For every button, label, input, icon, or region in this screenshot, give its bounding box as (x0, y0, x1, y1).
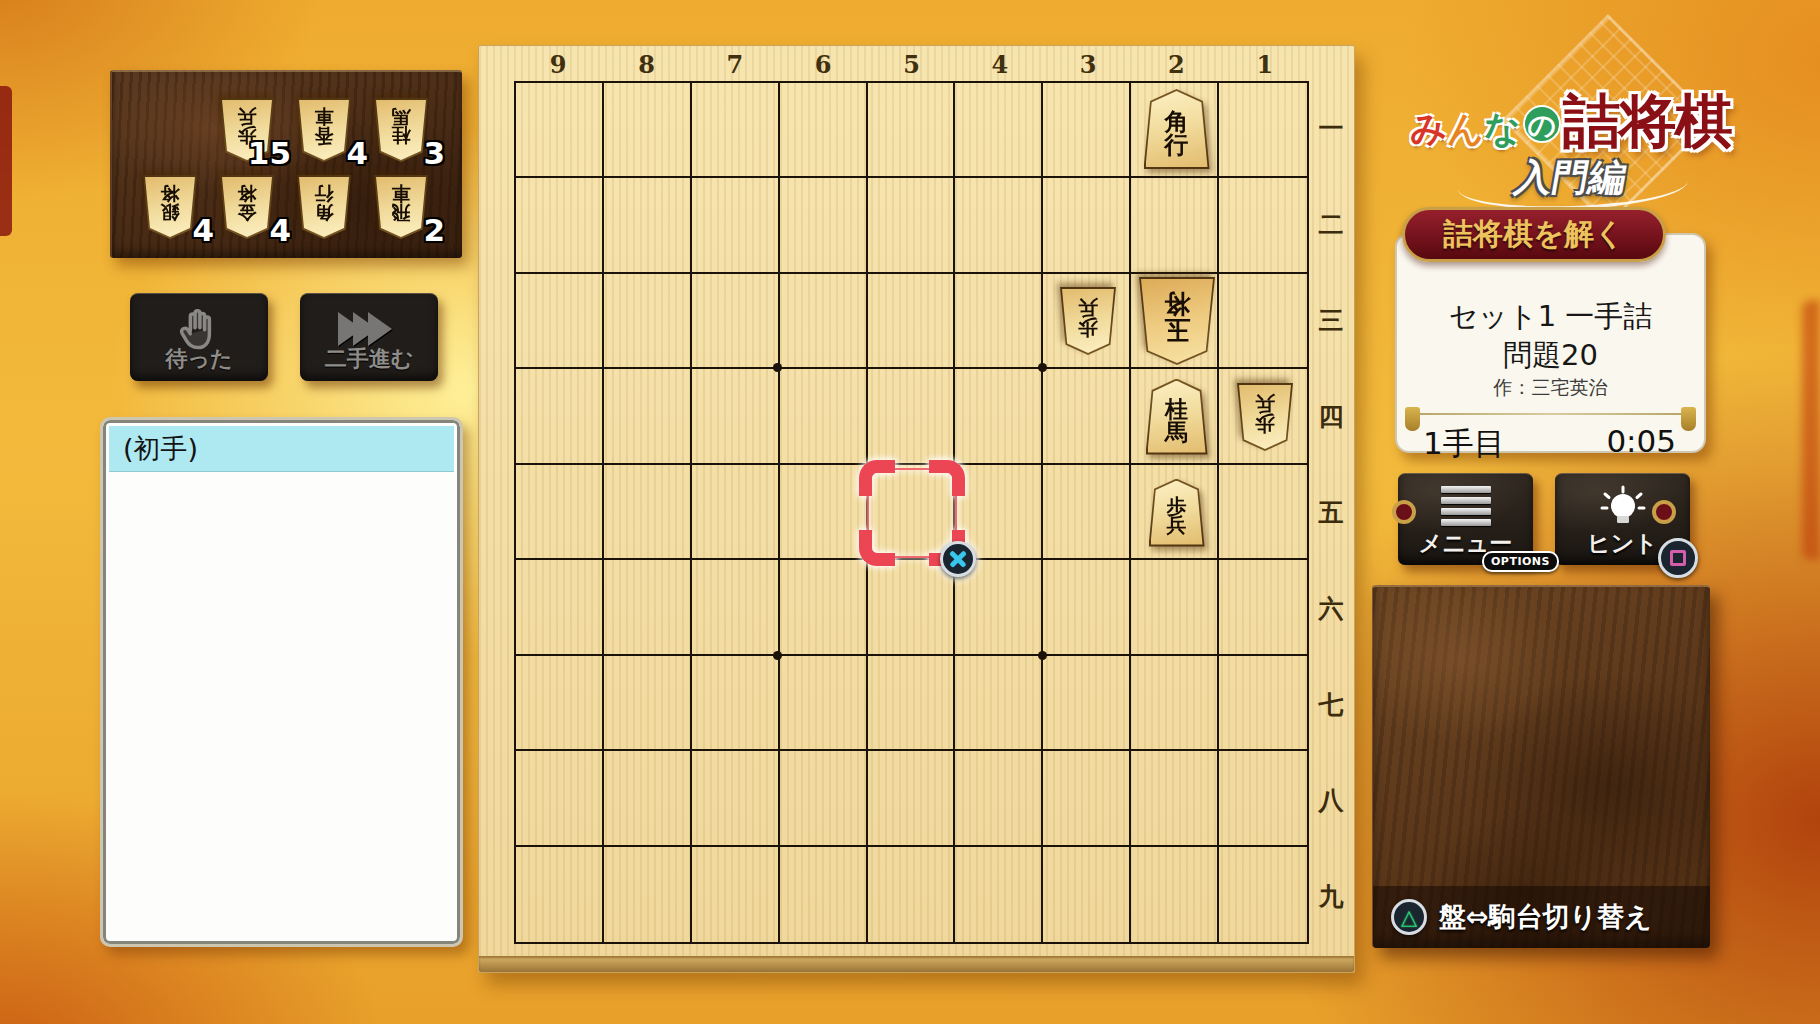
sente-hand-tray: △ 盤⇔駒台切り替え (1372, 585, 1710, 948)
rank-label: 五 (1309, 465, 1353, 561)
board-cell[interactable] (1043, 274, 1131, 369)
hoshi-dot (1038, 651, 1047, 660)
board-cell[interactable] (868, 178, 956, 273)
board-cell[interactable] (516, 656, 604, 751)
board-cell[interactable] (692, 465, 780, 560)
board-cell[interactable] (692, 369, 780, 464)
rank-label: 三 (1309, 273, 1353, 369)
board-cell[interactable] (868, 847, 956, 942)
move-list-item[interactable]: (初手) (109, 426, 454, 472)
board-cell[interactable] (1219, 178, 1307, 273)
move-list-panel: (初手) (100, 417, 463, 947)
solve-banner: 詰将棋を解く (1402, 207, 1666, 262)
board-cell[interactable] (780, 178, 868, 273)
board-cell[interactable] (868, 369, 956, 464)
gote-hand-tray: 歩兵15香車4桂馬3銀将4金将4角行飛車2 (110, 70, 462, 258)
divider (1413, 413, 1688, 415)
board-cell[interactable] (516, 751, 604, 846)
hoshi-dot (773, 651, 782, 660)
rank-label: 八 (1309, 752, 1353, 848)
board-cell[interactable] (516, 560, 604, 655)
rank-label: 四 (1309, 369, 1353, 465)
timer: 0:05 (1606, 423, 1676, 459)
file-label: 2 (1132, 48, 1220, 81)
board-cell[interactable] (1131, 560, 1219, 655)
background-accent (0, 86, 12, 236)
author-label: 作：三宅英治 (1397, 375, 1704, 401)
board-cell[interactable] (955, 847, 1043, 942)
board-cell[interactable] (780, 369, 868, 464)
ps-cross-button-icon (940, 541, 976, 577)
fast-forward-icon (300, 312, 438, 346)
file-label: 1 (1221, 48, 1309, 81)
board-cell[interactable] (1131, 274, 1219, 369)
board-cell[interactable] (1219, 369, 1307, 464)
board-cell[interactable] (780, 83, 868, 178)
board-cell[interactable] (868, 656, 956, 751)
board-cell[interactable] (516, 83, 604, 178)
hand-piece-count: 15 (248, 135, 291, 171)
banner-knob (1392, 500, 1416, 524)
board-cell[interactable] (516, 847, 604, 942)
koma-歩兵[interactable]: 歩兵15 (220, 98, 274, 162)
board-cell[interactable] (1131, 751, 1219, 846)
board-cell[interactable] (955, 560, 1043, 655)
tray-switch-label: 盤⇔駒台切り替え (1439, 899, 1652, 935)
board-cell[interactable] (516, 369, 604, 464)
hoshi-dot (773, 363, 782, 372)
board-cell[interactable] (604, 656, 692, 751)
board-cell[interactable] (604, 751, 692, 846)
board-cell[interactable] (868, 274, 956, 369)
board-cell[interactable] (604, 847, 692, 942)
logo-title: みんなの詰将棋 (1398, 83, 1743, 161)
hand-piece-count: 4 (346, 135, 368, 171)
rank-label: 二 (1309, 177, 1353, 273)
tray-switch-bar: △ 盤⇔駒台切り替え (1373, 886, 1710, 948)
file-labels: 987654321 (514, 48, 1309, 81)
koma-金将[interactable]: 金将4 (220, 175, 274, 239)
board-cell[interactable] (1043, 83, 1131, 178)
board-cell[interactable] (780, 751, 868, 846)
ps-triangle-button-icon: △ (1391, 899, 1427, 935)
board-cell[interactable] (780, 847, 868, 942)
board-cell[interactable] (692, 560, 780, 655)
undo-button-label: 待った (130, 344, 268, 374)
file-label: 8 (602, 48, 690, 81)
board-cell[interactable] (1131, 178, 1219, 273)
game-screen: 歩兵15香車4桂馬3銀将4金将4角行飛車2 待った 二手進む (初手) 9876… (0, 0, 1820, 1024)
background-accent (1802, 300, 1820, 560)
board-cell[interactable] (1131, 465, 1219, 560)
board-cell[interactable] (868, 560, 956, 655)
board-cell[interactable] (955, 751, 1043, 846)
menu-icon (1441, 486, 1491, 530)
board-bevel (479, 956, 1354, 972)
hand-piece-count: 4 (269, 212, 291, 248)
hand-piece-count: 4 (192, 212, 214, 248)
board-cell[interactable] (1131, 83, 1219, 178)
set-label: セット1 一手詰 (1397, 297, 1704, 337)
file-label: 3 (1044, 48, 1132, 81)
board-cell[interactable] (604, 465, 692, 560)
board-cell[interactable] (780, 465, 868, 560)
board-cell[interactable] (604, 560, 692, 655)
divider-tassel (1405, 407, 1420, 431)
rank-label: 一 (1309, 81, 1353, 177)
board-cell[interactable] (1043, 465, 1131, 560)
board-cell[interactable] (1219, 847, 1307, 942)
board-cell[interactable] (1043, 656, 1131, 751)
board-cell[interactable] (955, 178, 1043, 273)
koma-角行[interactable]: 角行 (297, 175, 351, 239)
file-label: 9 (514, 48, 602, 81)
divider-tassel (1681, 407, 1696, 431)
board-cell[interactable] (692, 83, 780, 178)
board-cell[interactable] (1219, 83, 1307, 178)
hand-piece-count: 3 (423, 135, 445, 171)
board-cell[interactable] (1131, 656, 1219, 751)
board-cell[interactable] (692, 847, 780, 942)
selection-cursor[interactable] (861, 462, 963, 564)
hand-piece-count: 2 (423, 212, 445, 248)
options-badge: OPTIONS (1482, 551, 1559, 572)
board-cell[interactable] (1131, 847, 1219, 942)
board-cell[interactable] (1219, 274, 1307, 369)
board-cell[interactable] (1043, 178, 1131, 273)
board-cell[interactable] (955, 656, 1043, 751)
board-cell[interactable] (692, 751, 780, 846)
board-cell[interactable] (1043, 847, 1131, 942)
problem-info-panel: セット1 一手詰 問題20 作：三宅英治 1手目 0:05 (1395, 233, 1706, 453)
file-label: 6 (779, 48, 867, 81)
board-cell[interactable] (955, 274, 1043, 369)
board-cell[interactable] (1219, 751, 1307, 846)
problem-number: 問題20 (1397, 336, 1704, 376)
board-cell[interactable] (692, 178, 780, 273)
undo-button[interactable]: 待った (130, 293, 268, 381)
board-cell[interactable] (868, 751, 956, 846)
board-cell[interactable] (516, 178, 604, 273)
rank-label: 九 (1309, 848, 1353, 944)
board-cell[interactable] (692, 656, 780, 751)
board-cell[interactable] (604, 274, 692, 369)
board-cell[interactable] (780, 656, 868, 751)
board-cell[interactable] (1131, 369, 1219, 464)
rank-label: 七 (1309, 656, 1353, 752)
banner-knob (1652, 500, 1676, 524)
game-logo: みんなの詰将棋 入門編 (1398, 55, 1743, 205)
board-cell[interactable] (1043, 751, 1131, 846)
rank-label: 六 (1309, 560, 1353, 656)
ps-square-button-icon (1658, 538, 1698, 578)
file-label: 7 (691, 48, 779, 81)
forward-two-button[interactable]: 二手進む (300, 293, 438, 381)
board-cell[interactable] (1219, 465, 1307, 560)
board-cell[interactable] (868, 83, 956, 178)
board-cell[interactable] (955, 369, 1043, 464)
board-cell[interactable] (1219, 560, 1307, 655)
board-cell[interactable] (780, 560, 868, 655)
board-cell[interactable] (516, 465, 604, 560)
rank-labels: 一二三四五六七八九 (1309, 81, 1353, 944)
forward-two-button-label: 二手進む (300, 344, 438, 374)
board-cell[interactable] (1043, 560, 1131, 655)
board-cell[interactable] (604, 83, 692, 178)
board-cell[interactable] (1219, 656, 1307, 751)
board-cell[interactable] (604, 178, 692, 273)
move-counter: 1手目 (1423, 423, 1505, 465)
file-label: 5 (867, 48, 955, 81)
board-cell[interactable] (1043, 369, 1131, 464)
koma-桂馬[interactable]: 桂馬3 (374, 98, 428, 162)
board-cell[interactable] (955, 83, 1043, 178)
hoshi-dot (1038, 363, 1047, 372)
file-label: 4 (956, 48, 1044, 81)
shogi-board: 987654321 一二三四五六七八九 角行歩兵玉将桂馬歩兵歩兵 (478, 45, 1355, 973)
board-cell[interactable] (692, 274, 780, 369)
koma-銀将[interactable]: 銀将4 (143, 175, 197, 239)
board-cell[interactable] (516, 274, 604, 369)
board-cell[interactable] (604, 369, 692, 464)
board-cell[interactable] (780, 274, 868, 369)
koma-飛車[interactable]: 飛車2 (374, 175, 428, 239)
koma-香車[interactable]: 香車4 (297, 98, 351, 162)
